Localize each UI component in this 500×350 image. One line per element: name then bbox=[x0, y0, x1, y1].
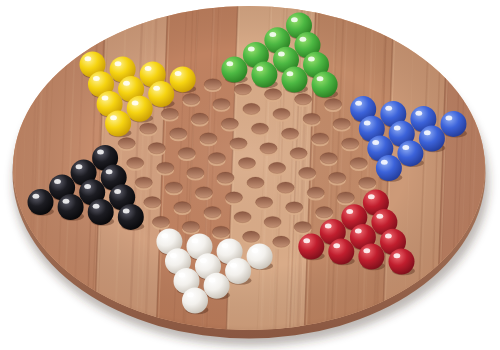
marble-specular bbox=[192, 238, 199, 243]
hole-empty-r11c7[interactable] bbox=[256, 197, 273, 208]
hole-empty-r9c4[interactable] bbox=[208, 153, 225, 164]
hole-empty-r6c6[interactable] bbox=[243, 103, 260, 114]
marble-specular bbox=[84, 184, 91, 189]
marble-green-r4c1[interactable] bbox=[221, 57, 247, 83]
marble-specular bbox=[106, 169, 113, 174]
marble-specular bbox=[364, 120, 371, 125]
hole-empty-r9c1[interactable] bbox=[118, 138, 135, 149]
marble-specular bbox=[63, 199, 70, 204]
marble-specular bbox=[93, 76, 100, 81]
marble-specular bbox=[97, 150, 104, 155]
chinese-checkers-board bbox=[0, 0, 500, 350]
marble-specular bbox=[230, 263, 237, 268]
hole-empty-r11c4[interactable] bbox=[165, 182, 182, 193]
hole-empty-r11c3[interactable] bbox=[135, 177, 152, 188]
marble-specular bbox=[115, 61, 122, 66]
marble-specular bbox=[76, 164, 83, 169]
marble-specular bbox=[333, 243, 340, 248]
hole-empty-r8c9[interactable] bbox=[350, 158, 367, 169]
marble-specular bbox=[355, 229, 362, 234]
marble-red-r13c12[interactable] bbox=[358, 244, 384, 270]
marble-specular bbox=[161, 233, 168, 238]
marble-blue-r8c10[interactable] bbox=[376, 155, 402, 181]
marble-specular bbox=[187, 292, 194, 297]
marble-white-r17c1[interactable] bbox=[182, 288, 208, 314]
hole-empty-r8c7[interactable] bbox=[290, 148, 307, 159]
marble-specular bbox=[368, 194, 375, 199]
marble-specular bbox=[317, 76, 324, 81]
marble-red-r13c13[interactable] bbox=[389, 249, 415, 275]
marble-specular bbox=[415, 111, 422, 116]
marble-specular bbox=[355, 101, 362, 106]
hole-empty-r7c4[interactable] bbox=[191, 113, 208, 124]
marble-specular bbox=[123, 81, 130, 86]
marble-specular bbox=[85, 56, 92, 61]
marble-white-r16c2[interactable] bbox=[204, 273, 230, 299]
hole-empty-r12c8[interactable] bbox=[264, 216, 281, 227]
marble-yellow-r8c1[interactable] bbox=[105, 111, 131, 137]
marble-specular bbox=[402, 145, 409, 150]
marble-specular bbox=[170, 253, 177, 258]
hole-empty-r6c8[interactable] bbox=[303, 113, 320, 124]
hole-empty-r8c3[interactable] bbox=[170, 128, 187, 139]
marble-red-r13c11[interactable] bbox=[328, 239, 354, 265]
marble-specular bbox=[446, 116, 453, 121]
marble-red-r13c10[interactable] bbox=[298, 234, 324, 260]
marble-specular bbox=[278, 52, 285, 57]
hole-empty-r13c8[interactable] bbox=[243, 231, 260, 242]
hole-empty-r9c3[interactable] bbox=[178, 148, 195, 159]
marble-specular bbox=[291, 17, 298, 22]
hole-empty-r5c5[interactable] bbox=[204, 79, 221, 90]
hole-empty-r6c9[interactable] bbox=[333, 118, 350, 129]
hole-empty-r12c5[interactable] bbox=[174, 202, 191, 213]
marble-specular bbox=[132, 101, 139, 106]
hole-empty-r7c8[interactable] bbox=[312, 133, 329, 144]
hole-empty-r12c7[interactable] bbox=[234, 212, 251, 223]
hole-empty-r11c5[interactable] bbox=[195, 187, 212, 198]
hole-empty-r7c9[interactable] bbox=[342, 138, 359, 149]
hole-empty-r9c5[interactable] bbox=[238, 157, 255, 168]
marble-specular bbox=[376, 214, 383, 219]
hole-empty-r10c2[interactable] bbox=[127, 157, 144, 168]
marble-specular bbox=[175, 71, 182, 76]
marble-specular bbox=[33, 194, 40, 199]
hole-empty-r5c7[interactable] bbox=[264, 89, 281, 100]
marble-green-r4c4[interactable] bbox=[312, 72, 338, 98]
hole-empty-r5c8[interactable] bbox=[295, 94, 312, 105]
marble-blue-r7c11[interactable] bbox=[397, 140, 423, 166]
hole-empty-r10c8[interactable] bbox=[307, 187, 324, 198]
marble-specular bbox=[222, 243, 229, 248]
marble-specular bbox=[110, 115, 117, 120]
marble-yellow-r6c3[interactable] bbox=[148, 81, 174, 107]
marble-specular bbox=[394, 125, 401, 130]
marble-specular bbox=[252, 248, 259, 253]
marble-yellow-r7c2[interactable] bbox=[127, 96, 153, 122]
marble-specular bbox=[256, 66, 263, 71]
hole-empty-r9c9[interactable] bbox=[359, 177, 376, 188]
hole-empty-r7c5[interactable] bbox=[221, 118, 238, 129]
marble-specular bbox=[394, 253, 401, 258]
marble-specular bbox=[381, 160, 388, 165]
hole-empty-r10c4[interactable] bbox=[187, 167, 204, 178]
hole-empty-r5c9[interactable] bbox=[325, 99, 342, 110]
hole-empty-r5c6[interactable] bbox=[234, 84, 251, 95]
hole-empty-r13c7[interactable] bbox=[212, 226, 229, 237]
hole-empty-r8c2[interactable] bbox=[140, 123, 157, 134]
marble-specular bbox=[325, 224, 332, 229]
hole-empty-r7c7[interactable] bbox=[282, 128, 299, 139]
hole-empty-r13c5[interactable] bbox=[152, 216, 169, 227]
hole-empty-r12c6[interactable] bbox=[204, 207, 221, 218]
marble-specular bbox=[372, 140, 379, 145]
marble-specular bbox=[424, 130, 431, 135]
hole-empty-r10c6[interactable] bbox=[247, 177, 264, 188]
marble-specular bbox=[123, 209, 130, 214]
marble-specular bbox=[346, 209, 353, 214]
photo-chinese-checkers bbox=[0, 0, 500, 350]
marble-specular bbox=[385, 234, 392, 239]
marble-specular bbox=[200, 258, 207, 263]
hole-empty-r9c7[interactable] bbox=[299, 167, 316, 178]
hole-empty-r9c6[interactable] bbox=[269, 162, 286, 173]
hole-empty-r7c3[interactable] bbox=[161, 108, 178, 119]
marble-green-r4c3[interactable] bbox=[282, 67, 308, 93]
marble-specular bbox=[54, 179, 61, 184]
marble-specular bbox=[385, 106, 392, 111]
hole-empty-r8c6[interactable] bbox=[260, 143, 277, 154]
marble-specular bbox=[269, 32, 276, 37]
marble-black-r13c3[interactable] bbox=[88, 199, 114, 225]
marble-specular bbox=[363, 248, 370, 253]
marble-yellow-r5c4[interactable] bbox=[170, 66, 196, 92]
marble-specular bbox=[153, 86, 160, 91]
hole-empty-r11c6[interactable] bbox=[225, 192, 242, 203]
marble-blue-r6c12[interactable] bbox=[419, 126, 445, 152]
marble-specular bbox=[114, 189, 121, 194]
marble-specular bbox=[303, 238, 310, 243]
hole-empty-r6c4[interactable] bbox=[183, 93, 200, 104]
marble-black-r13c1[interactable] bbox=[28, 189, 54, 215]
marble-specular bbox=[308, 57, 315, 62]
marble-specular bbox=[93, 204, 100, 209]
hole-empty-r9c2[interactable] bbox=[148, 143, 165, 154]
hole-empty-r6c5[interactable] bbox=[213, 98, 230, 109]
hole-empty-r6c7[interactable] bbox=[273, 108, 290, 119]
marble-specular bbox=[248, 47, 255, 52]
hole-empty-r13c9[interactable] bbox=[273, 236, 290, 247]
hole-empty-r8c4[interactable] bbox=[200, 133, 217, 144]
hole-empty-r10c5[interactable] bbox=[217, 172, 234, 183]
hole-empty-r12c4[interactable] bbox=[144, 197, 161, 208]
hole-empty-r8c8[interactable] bbox=[320, 153, 337, 164]
marble-green-r4c2[interactable] bbox=[251, 62, 277, 88]
marble-specular bbox=[145, 66, 152, 71]
hole-empty-r8c5[interactable] bbox=[230, 138, 247, 149]
hole-empty-r10c3[interactable] bbox=[157, 162, 174, 173]
marble-black-r13c2[interactable] bbox=[58, 194, 84, 220]
marble-specular bbox=[287, 71, 294, 76]
marble-white-r14c4[interactable] bbox=[247, 243, 273, 269]
marble-white-r15c3[interactable] bbox=[225, 258, 251, 284]
hole-empty-r11c9[interactable] bbox=[316, 207, 333, 218]
marble-specular bbox=[300, 37, 307, 42]
hole-empty-r9c8[interactable] bbox=[329, 172, 346, 183]
marble-specular bbox=[179, 273, 186, 278]
hole-empty-r10c7[interactable] bbox=[277, 182, 294, 193]
marble-black-r13c4[interactable] bbox=[118, 204, 144, 230]
hole-empty-r13c6[interactable] bbox=[182, 221, 199, 232]
hole-empty-r11c8[interactable] bbox=[286, 202, 303, 213]
marble-specular bbox=[102, 96, 109, 101]
hole-empty-r10c9[interactable] bbox=[337, 192, 354, 203]
hole-empty-r12c9[interactable] bbox=[294, 221, 311, 232]
hole-empty-r7c6[interactable] bbox=[251, 123, 268, 134]
marble-specular bbox=[226, 61, 233, 66]
marble-blue-r5c13[interactable] bbox=[441, 111, 467, 137]
marble-specular bbox=[209, 278, 216, 283]
